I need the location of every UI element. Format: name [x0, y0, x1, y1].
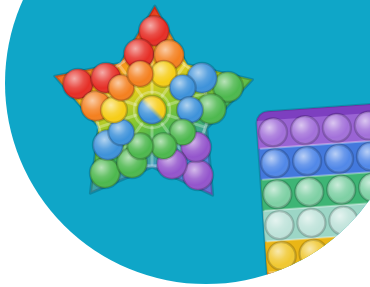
popit-hero-photo	[0, 0, 370, 287]
page	[0, 0, 370, 287]
